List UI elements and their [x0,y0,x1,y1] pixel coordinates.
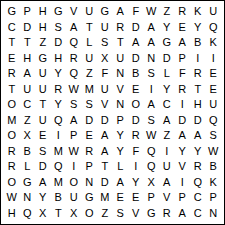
grid-cell-r1c14[interactable]: U [206,4,222,20]
grid-cell-r6c1[interactable]: T [4,82,20,98]
grid-cell-r1c12[interactable]: R [175,4,191,20]
grid-cell-r13c8[interactable]: E [113,190,129,206]
grid-cell-r9c8[interactable]: Y [113,128,129,144]
grid-cell-r5c7[interactable]: F [97,66,113,82]
grid-cell-r3c11[interactable]: G [159,35,175,51]
grid-cell-r4c12[interactable]: P [175,51,191,67]
grid-cell-r2c2[interactable]: D [20,20,36,36]
grid-cell-r11c6[interactable]: P [82,159,98,175]
grid-cell-r7c9[interactable]: O [128,97,144,113]
grid-cell-r14c11[interactable]: R [159,206,175,222]
grid-cell-r3c9[interactable]: A [128,35,144,51]
grid-cell-r10c4[interactable]: M [51,144,67,160]
grid-cell-r8c11[interactable]: A [159,113,175,129]
grid-cell-r8c6[interactable]: D [82,113,98,129]
grid-cell-r7c14[interactable]: U [206,97,222,113]
grid-cell-r9c2[interactable]: X [20,128,36,144]
grid-cell-r3c2[interactable]: T [20,35,36,51]
grid-cell-r11c2[interactable]: L [20,159,36,175]
grid-cell-r13c4[interactable]: B [51,190,67,206]
grid-cell-r14c1[interactable]: H [4,206,20,222]
grid-cell-r2c3[interactable]: H [35,20,51,36]
grid-cell-r14c8[interactable]: S [113,206,129,222]
grid-cell-r6c7[interactable]: U [97,82,113,98]
grid-cell-r12c6[interactable]: N [82,175,98,191]
grid-cell-r5c10[interactable]: S [144,66,160,82]
grid-cell-r14c4[interactable]: T [51,206,67,222]
grid-cell-r12c9[interactable]: Y [128,175,144,191]
grid-cell-r3c14[interactable]: K [206,35,222,51]
grid-cell-r13c14[interactable]: P [206,190,222,206]
grid-cell-r5c4[interactable]: Y [51,66,67,82]
grid-cell-r1c11[interactable]: Z [159,4,175,20]
grid-cell-r6c6[interactable]: M [82,82,98,98]
grid-cell-r12c2[interactable]: G [20,175,36,191]
grid-cell-r3c8[interactable]: T [113,35,129,51]
grid-cell-r3c7[interactable]: S [97,35,113,51]
grid-cell-r8c9[interactable]: D [128,113,144,129]
grid-cell-r3c6[interactable]: L [82,35,98,51]
grid-cell-r11c4[interactable]: Q [51,159,67,175]
grid-cell-r2c13[interactable]: Y [190,20,206,36]
grid-cell-r10c1[interactable]: R [4,144,20,160]
grid-cell-r13c13[interactable]: C [190,190,206,206]
grid-cell-r14c2[interactable]: Q [20,206,36,222]
grid-cell-r8c8[interactable]: P [113,113,129,129]
grid-cell-r7c6[interactable]: S [82,97,98,113]
grid-cell-r9c13[interactable]: A [190,128,206,144]
grid-cell-r3c10[interactable]: A [144,35,160,51]
grid-cell-r10c9[interactable]: F [128,144,144,160]
grid-cell-r13c9[interactable]: E [128,190,144,206]
grid-cell-r12c7[interactable]: D [97,175,113,191]
grid-cell-r14c3[interactable]: X [35,206,51,222]
grid-cell-r13c1[interactable]: W [4,190,20,206]
grid-cell-r4c9[interactable]: D [128,51,144,67]
grid-cell-r6c4[interactable]: R [51,82,67,98]
grid-cell-r7c3[interactable]: T [35,97,51,113]
grid-cell-r14c13[interactable]: C [190,206,206,222]
grid-cell-r13c11[interactable]: V [159,190,175,206]
grid-cell-r9c9[interactable]: R [128,128,144,144]
grid-cell-r5c12[interactable]: F [175,66,191,82]
grid-cell-r3c5[interactable]: Q [66,35,82,51]
grid-cell-r10c14[interactable]: W [206,144,222,160]
grid-cell-r4c5[interactable]: R [66,51,82,67]
grid-cell-r6c11[interactable]: Y [159,82,175,98]
grid-cell-r13c2[interactable]: N [20,190,36,206]
grid-cell-r2c7[interactable]: U [97,20,113,36]
grid-cell-r8c7[interactable]: D [97,113,113,129]
grid-cell-r10c6[interactable]: R [82,144,98,160]
grid-cell-r5c9[interactable]: B [128,66,144,82]
grid-cell-r13c3[interactable]: Y [35,190,51,206]
grid-cell-r2c14[interactable]: Q [206,20,222,36]
grid-cell-r4c3[interactable]: G [35,51,51,67]
grid-cell-r11c1[interactable]: R [4,159,20,175]
grid-cell-r9c6[interactable]: E [82,128,98,144]
grid-cell-r1c9[interactable]: F [128,4,144,20]
grid-cell-r10c2[interactable]: B [20,144,36,160]
grid-cell-r3c13[interactable]: B [190,35,206,51]
grid-cell-r1c1[interactable]: G [4,4,20,20]
grid-cell-r7c13[interactable]: H [190,97,206,113]
grid-cell-r7c7[interactable]: V [97,97,113,113]
grid-cell-r9c14[interactable]: S [206,128,222,144]
grid-cell-r2c1[interactable]: C [4,20,20,36]
grid-cell-r2c6[interactable]: T [82,20,98,36]
grid-cell-r12c3[interactable]: A [35,175,51,191]
grid-cell-r14c5[interactable]: X [66,206,82,222]
grid-cell-r13c5[interactable]: U [66,190,82,206]
grid-cell-r6c10[interactable]: I [144,82,160,98]
grid-cell-r5c5[interactable]: Q [66,66,82,82]
grid-cell-r3c12[interactable]: A [175,35,191,51]
grid-cell-r8c5[interactable]: A [66,113,82,129]
grid-cell-r6c9[interactable]: E [128,82,144,98]
grid-cell-r1c7[interactable]: G [97,4,113,20]
grid-cell-r11c3[interactable]: D [35,159,51,175]
grid-cell-r12c1[interactable]: O [4,175,20,191]
grid-cell-r9c1[interactable]: O [4,128,20,144]
grid-cell-r10c13[interactable]: Y [190,144,206,160]
grid-cell-r10c10[interactable]: Q [144,144,160,160]
grid-cell-r12c14[interactable]: K [206,175,222,191]
grid-cell-r4c1[interactable]: E [4,51,20,67]
grid-cell-r6c8[interactable]: V [113,82,129,98]
grid-cell-r7c12[interactable]: I [175,97,191,113]
grid-cell-r7c1[interactable]: O [4,97,20,113]
grid-cell-r9c12[interactable]: A [175,128,191,144]
grid-cell-r2c12[interactable]: E [175,20,191,36]
grid-cell-r11c11[interactable]: U [159,159,175,175]
grid-cell-r10c7[interactable]: A [97,144,113,160]
grid-cell-r11c8[interactable]: L [113,159,129,175]
grid-cell-r8c3[interactable]: U [35,113,51,129]
grid-cell-r11c5[interactable]: I [66,159,82,175]
grid-cell-r9c7[interactable]: A [97,128,113,144]
grid-cell-r4c4[interactable]: H [51,51,67,67]
grid-cell-r12c5[interactable]: O [66,175,82,191]
grid-cell-r7c4[interactable]: Y [51,97,67,113]
grid-cell-r5c13[interactable]: R [190,66,206,82]
grid-cell-r8c1[interactable]: M [4,113,20,129]
grid-cell-r14c6[interactable]: O [82,206,98,222]
grid-cell-r6c12[interactable]: R [175,82,191,98]
grid-cell-r13c12[interactable]: P [175,190,191,206]
grid-cell-r10c5[interactable]: W [66,144,82,160]
grid-cell-r5c8[interactable]: N [113,66,129,82]
grid-cell-r4c10[interactable]: N [144,51,160,67]
grid-cell-r4c2[interactable]: H [20,51,36,67]
grid-cell-r5c1[interactable]: R [4,66,20,82]
grid-cell-r6c14[interactable]: E [206,82,222,98]
grid-cell-r1c3[interactable]: H [35,4,51,20]
grid-cell-r3c3[interactable]: Z [35,35,51,51]
grid-cell-r5c3[interactable]: U [35,66,51,82]
grid-cell-r7c10[interactable]: A [144,97,160,113]
grid-cell-r8c12[interactable]: D [175,113,191,129]
grid-cell-r7c11[interactable]: C [159,97,175,113]
grid-cell-r5c11[interactable]: L [159,66,175,82]
grid-cell-r9c11[interactable]: Z [159,128,175,144]
grid-cell-r11c14[interactable]: B [206,159,222,175]
grid-cell-r12c11[interactable]: A [159,175,175,191]
grid-cell-r5c6[interactable]: Z [82,66,98,82]
grid-cell-r11c9[interactable]: I [128,159,144,175]
grid-cell-r4c6[interactable]: U [82,51,98,67]
grid-cell-r1c13[interactable]: K [190,4,206,20]
grid-cell-r1c5[interactable]: V [66,4,82,20]
grid-cell-r4c13[interactable]: I [190,51,206,67]
grid-cell-r1c2[interactable]: P [20,4,36,20]
grid-cell-r7c8[interactable]: N [113,97,129,113]
grid-cell-r1c8[interactable]: A [113,4,129,20]
grid-cell-r4c7[interactable]: X [97,51,113,67]
grid-cell-r13c7[interactable]: M [97,190,113,206]
grid-cell-r5c2[interactable]: A [20,66,36,82]
grid-cell-r14c10[interactable]: G [144,206,160,222]
grid-cell-r6c5[interactable]: W [66,82,82,98]
grid-cell-r9c3[interactable]: E [35,128,51,144]
grid-cell-r9c4[interactable]: I [51,128,67,144]
grid-cell-r8c14[interactable]: Q [206,113,222,129]
grid-cell-r12c12[interactable]: I [175,175,191,191]
grid-cell-r5c14[interactable]: E [206,66,222,82]
grid-cell-r4c11[interactable]: D [159,51,175,67]
grid-cell-r10c3[interactable]: S [35,144,51,160]
grid-cell-r10c8[interactable]: Y [113,144,129,160]
grid-cell-r1c6[interactable]: U [82,4,98,20]
word-search-board: GPHGVUGAFWZRKUCDHSATURDAYEYQTTZDQLSTAAGA… [0,0,225,225]
grid-cell-r1c10[interactable]: W [144,4,160,20]
grid-cell-r9c5[interactable]: P [66,128,82,144]
grid-cell-r14c12[interactable]: A [175,206,191,222]
grid-cell-r11c7[interactable]: T [97,159,113,175]
grid-cell-r4c14[interactable]: I [206,51,222,67]
grid-cell-r4c8[interactable]: U [113,51,129,67]
grid-cell-r7c2[interactable]: C [20,97,36,113]
grid-cell-r11c13[interactable]: R [190,159,206,175]
grid-cell-r3c1[interactable]: T [4,35,20,51]
grid-cell-r10c12[interactable]: Y [175,144,191,160]
grid-cell-r6c13[interactable]: T [190,82,206,98]
grid-cell-r14c9[interactable]: V [128,206,144,222]
grid-cell-r9c10[interactable]: W [144,128,160,144]
grid-cell-r10c11[interactable]: I [159,144,175,160]
grid-cell-r8c2[interactable]: Z [20,113,36,129]
grid-cell-r2c11[interactable]: Y [159,20,175,36]
grid-cell-r12c4[interactable]: M [51,175,67,191]
grid-cell-r8c13[interactable]: D [190,113,206,129]
grid-cell-r12c13[interactable]: Q [190,175,206,191]
grid-cell-r3c4[interactable]: D [51,35,67,51]
grid-cell-r11c12[interactable]: V [175,159,191,175]
grid-cell-r14c14[interactable]: N [206,206,222,222]
grid-cell-r1c4[interactable]: G [51,4,67,20]
grid-cell-r13c6[interactable]: G [82,190,98,206]
grid-cell-r14c7[interactable]: Z [97,206,113,222]
grid-cell-r2c9[interactable]: D [128,20,144,36]
grid-cell-r6c3[interactable]: U [35,82,51,98]
grid-cell-r13c10[interactable]: P [144,190,160,206]
grid-cell-r11c10[interactable]: Q [144,159,160,175]
grid-cell-r2c10[interactable]: A [144,20,160,36]
grid-cell-r6c2[interactable]: U [20,82,36,98]
grid-cell-r8c10[interactable]: S [144,113,160,129]
grid-cell-r12c10[interactable]: X [144,175,160,191]
grid-cell-r12c8[interactable]: A [113,175,129,191]
grid-cell-r2c8[interactable]: R [113,20,129,36]
grid-cell-r7c5[interactable]: S [66,97,82,113]
grid-cell-r2c4[interactable]: S [51,20,67,36]
grid-cell-r2c5[interactable]: A [66,20,82,36]
grid-cell-r8c4[interactable]: Q [51,113,67,129]
